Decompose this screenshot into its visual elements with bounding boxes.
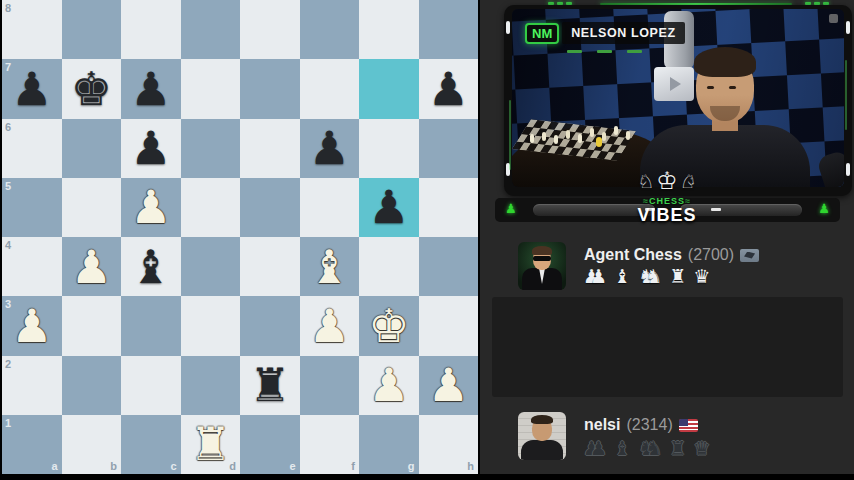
file-label-b: b [110, 461, 117, 472]
square-c4[interactable]: ♝ [121, 237, 181, 296]
avatar-nelsi[interactable] [518, 412, 566, 460]
avatar-agent-chess[interactable] [518, 242, 566, 290]
square-h4[interactable] [419, 237, 479, 296]
square-b1[interactable]: b [62, 415, 122, 474]
square-h6[interactable] [419, 119, 479, 178]
black-pawn-h7[interactable]: ♟ [419, 59, 479, 118]
black-rook-e2[interactable]: ♜ [240, 356, 300, 415]
square-c8[interactable] [121, 0, 181, 59]
square-g1[interactable]: g [359, 415, 419, 474]
file-label-h: h [467, 461, 474, 472]
file-label-c: c [170, 461, 176, 472]
square-g3[interactable]: ♚ [359, 296, 419, 355]
square-g4[interactable] [359, 237, 419, 296]
square-h1[interactable]: h [419, 415, 479, 474]
square-d2[interactable] [181, 356, 241, 415]
file-label-e: e [289, 461, 295, 472]
white-pawn-b4[interactable]: ♟ [62, 237, 122, 296]
file-label-d: d [229, 461, 236, 472]
square-h3[interactable] [419, 296, 479, 355]
streamer-hair [694, 47, 756, 77]
frame-tick-icon [846, 21, 850, 34]
black-pawn-c6[interactable]: ♟ [121, 119, 181, 178]
square-f6[interactable]: ♟ [300, 119, 360, 178]
square-c6[interactable]: ♟ [121, 119, 181, 178]
captured-bishop-icon: ♝ [614, 266, 631, 286]
captured-pieces-top: ♟♟♝♞♞♜♛ [583, 266, 710, 286]
streamer-torso [640, 125, 810, 187]
file-label-a: a [51, 461, 57, 472]
rank-label-5: 5 [5, 181, 11, 192]
square-d1[interactable]: d♜ [181, 415, 241, 474]
square-d4[interactable] [181, 237, 241, 296]
streamer-eyes [707, 86, 714, 89]
captured-group: ♛ [693, 266, 710, 286]
square-b5[interactable] [62, 178, 122, 237]
square-e3[interactable] [240, 296, 300, 355]
player-info-top: Agent Chess (2700) [584, 245, 759, 265]
player-name: Agent Chess [584, 246, 682, 264]
square-e2[interactable]: ♜ [240, 356, 300, 415]
nm-title-badge: NM [525, 23, 559, 44]
square-e6[interactable] [240, 119, 300, 178]
square-h8[interactable] [419, 0, 479, 59]
square-f8[interactable] [300, 0, 360, 59]
square-a1[interactable]: 1a [2, 415, 62, 474]
webcam-frame: NM NELSON LOPEZ [504, 5, 852, 196]
square-e4[interactable] [240, 237, 300, 296]
square-c2[interactable] [121, 356, 181, 415]
white-pawn-c5[interactable]: ♟ [121, 178, 181, 237]
frame-tick-icon [846, 163, 850, 176]
square-c7[interactable]: ♟ [121, 59, 181, 118]
square-e8[interactable] [240, 0, 300, 59]
black-pawn-c7[interactable]: ♟ [121, 59, 181, 118]
rank-label-3: 3 [5, 299, 11, 310]
square-d6[interactable] [181, 119, 241, 178]
square-a3[interactable]: 3♟ [2, 296, 62, 355]
square-g8[interactable] [359, 0, 419, 59]
logo-side-dash [645, 208, 655, 211]
white-pawn-f3[interactable]: ♟ [300, 296, 360, 355]
streamer-name-label: NELSON LOPEZ [562, 22, 684, 44]
move-list-box[interactable] [492, 297, 843, 397]
file-label-g: g [408, 461, 415, 472]
square-d3[interactable] [181, 296, 241, 355]
square-a5[interactable]: 5 [2, 178, 62, 237]
captured-queen-icon: ♛ [693, 266, 710, 286]
square-e7[interactable] [240, 59, 300, 118]
captured-group: ♟♟ [583, 266, 607, 286]
captured-queen-icon: ♛ [693, 438, 710, 458]
rank-label-2: 2 [5, 359, 11, 370]
square-d7[interactable] [181, 59, 241, 118]
avatar-hair [531, 415, 553, 424]
square-h5[interactable] [419, 178, 479, 237]
webcam-video: NM NELSON LOPEZ [512, 9, 844, 187]
captured-group: ♞♞ [638, 266, 662, 286]
square-b2[interactable] [62, 356, 122, 415]
camera-logo-box [829, 14, 838, 23]
flag-icon-agent [740, 249, 759, 262]
black-king-b7[interactable]: ♚ [62, 59, 122, 118]
frame-tick-icon [506, 21, 510, 34]
captured-rook-icon: ♜ [669, 266, 686, 286]
captured-group: ♞♞ [638, 438, 662, 458]
square-e5[interactable] [240, 178, 300, 237]
square-f7[interactable] [300, 59, 360, 118]
chess-board: 87♟♚♟♟6♟♟5♟♟4♟♝♝3♟♟♚2♜♟♟1abcd♜efgh [2, 0, 478, 474]
captured-bishop-icon: ♝ [614, 438, 631, 458]
square-a2[interactable]: 2 [2, 356, 62, 415]
green-pawn-icon-right: ♟ [818, 202, 830, 215]
stream-panel: NM NELSON LOPEZ ♟ ♟ ♘♔♘ ≈CHESS≈ VIBES [480, 0, 854, 475]
avatar-hair [532, 246, 552, 255]
black-pawn-f6[interactable]: ♟ [300, 119, 360, 178]
stream-bottom-bar: ♟ ♟ [495, 198, 840, 222]
frame-glow-line [845, 60, 847, 130]
yellow-chess-piece [596, 137, 602, 147]
captured-rook-icon: ♜ [669, 438, 686, 458]
square-h7[interactable]: ♟ [419, 59, 479, 118]
black-pawn-g5[interactable]: ♟ [359, 178, 419, 237]
square-f4[interactable]: ♝ [300, 237, 360, 296]
square-e1[interactable]: e [240, 415, 300, 474]
bar-pill-left [533, 204, 655, 216]
streamer-badge-row: NM NELSON LOPEZ [525, 22, 685, 44]
player-name: nelsi [584, 416, 620, 434]
square-b6[interactable] [62, 119, 122, 178]
square-g5[interactable]: ♟ [359, 178, 419, 237]
player-rating: (2700) [688, 246, 734, 264]
square-f2[interactable] [300, 356, 360, 415]
badge-underline-dash [627, 50, 642, 53]
rank-label-6: 6 [5, 122, 11, 133]
captured-group: ♜ [669, 438, 686, 458]
badge-underline-dash [597, 50, 612, 53]
square-a6[interactable]: 6 [2, 119, 62, 178]
player-info-bottom: nelsi (2314) [584, 415, 698, 435]
captured-knight-icon: ♞ [645, 438, 662, 458]
captured-pawn-icon: ♟ [590, 266, 607, 286]
square-g2[interactable]: ♟ [359, 356, 419, 415]
square-h2[interactable]: ♟ [419, 356, 479, 415]
captured-group: ♝ [614, 266, 631, 286]
square-a4[interactable]: 4 [2, 237, 62, 296]
rank-label-1: 1 [5, 418, 11, 429]
square-c5[interactable]: ♟ [121, 178, 181, 237]
captured-group: ♛ [693, 438, 710, 458]
captured-group: ♝ [614, 438, 631, 458]
rank-label-4: 4 [5, 240, 11, 251]
white-bishop-f4[interactable]: ♝ [300, 237, 360, 296]
square-f3[interactable]: ♟ [300, 296, 360, 355]
square-g6[interactable] [359, 119, 419, 178]
rank-label-8: 8 [5, 3, 11, 14]
bottom-black-strip [0, 474, 854, 480]
square-b7[interactable]: ♚ [62, 59, 122, 118]
rank-label-7: 7 [5, 62, 11, 73]
captured-group: ♟♟ [583, 438, 607, 458]
file-label-f: f [351, 461, 355, 472]
player-rating: (2314) [626, 416, 672, 434]
square-b4[interactable]: ♟ [62, 237, 122, 296]
captured-pawn-icon: ♟ [590, 438, 607, 458]
square-f1[interactable]: f [300, 415, 360, 474]
square-d8[interactable] [181, 0, 241, 59]
streamer-person [630, 37, 820, 187]
white-pawn-h2[interactable]: ♟ [419, 356, 479, 415]
white-pawn-g2[interactable]: ♟ [359, 356, 419, 415]
square-b3[interactable] [62, 296, 122, 355]
logo-side-dash [711, 208, 721, 211]
black-bishop-c4[interactable]: ♝ [121, 237, 181, 296]
avatar-sunglasses [533, 256, 551, 261]
square-c3[interactable] [121, 296, 181, 355]
captured-group: ♜ [669, 266, 686, 286]
app-window: 87♟♚♟♟6♟♟5♟♟4♟♝♝3♟♟♚2♜♟♟1abcd♜efgh [0, 0, 854, 480]
white-king-g3[interactable]: ♚ [359, 296, 419, 355]
captured-knight-icon: ♞ [645, 266, 662, 286]
square-g7[interactable] [359, 59, 419, 118]
badge-underline-dash [567, 50, 582, 53]
green-pawn-icon-left: ♟ [505, 202, 517, 215]
square-d5[interactable] [181, 178, 241, 237]
square-c1[interactable]: c [121, 415, 181, 474]
avatar-shirt [521, 440, 563, 460]
square-a8[interactable]: 8 [2, 0, 62, 59]
square-f5[interactable] [300, 178, 360, 237]
bar-pill-right [680, 204, 802, 216]
captured-pieces-bottom: ♟♟♝♞♞♜♛ [583, 438, 710, 458]
square-b8[interactable] [62, 0, 122, 59]
physical-chess-pieces [530, 134, 534, 143]
square-a7[interactable]: 7♟ [2, 59, 62, 118]
flag-icon-us [679, 419, 698, 432]
frame-glow-line [509, 100, 511, 170]
